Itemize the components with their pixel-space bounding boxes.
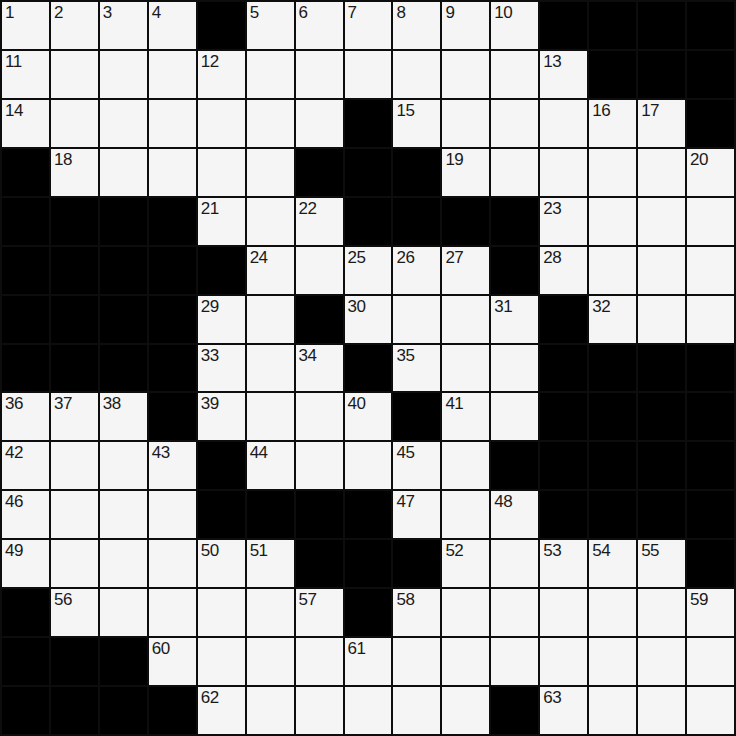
white-cell-r2c10[interactable]	[442, 51, 489, 98]
white-cell-r10c6[interactable]: 44	[247, 442, 294, 489]
white-cell-r12c1[interactable]: 49	[2, 540, 49, 587]
white-cell-r15c8[interactable]	[345, 687, 392, 734]
white-cell-r15c12[interactable]: 63	[540, 687, 587, 734]
clue-number-39: 39	[201, 394, 219, 414]
white-cell-r1c4[interactable]: 4	[149, 2, 196, 49]
black-cell-r8c3	[100, 345, 147, 392]
black-cell-r6c3	[100, 247, 147, 294]
clue-number-3: 3	[103, 3, 112, 23]
clue-number-2: 2	[54, 3, 63, 23]
white-cell-r1c2[interactable]: 2	[51, 2, 98, 49]
white-cell-r3c7[interactable]	[296, 100, 343, 147]
white-cell-r2c2[interactable]	[51, 51, 98, 98]
clue-number-11: 11	[5, 52, 22, 72]
black-cell-r4c1	[2, 149, 49, 196]
clue-number-59: 59	[690, 590, 708, 610]
black-cell-r5c2	[51, 198, 98, 245]
clue-number-60: 60	[152, 639, 170, 659]
white-cell-r6c14[interactable]	[638, 247, 685, 294]
white-cell-r9c5[interactable]: 39	[198, 393, 245, 440]
clue-number-35: 35	[396, 346, 414, 366]
white-cell-r15c13[interactable]	[589, 687, 636, 734]
clue-number-16: 16	[592, 101, 610, 121]
clue-number-5: 5	[250, 3, 259, 23]
clue-number-19: 19	[445, 150, 463, 170]
white-cell-r15c7[interactable]	[296, 687, 343, 734]
clue-number-8: 8	[396, 3, 405, 23]
white-cell-r13c14[interactable]	[638, 589, 685, 636]
white-cell-r9c6[interactable]	[247, 393, 294, 440]
black-cell-r5c8	[345, 198, 392, 245]
clue-number-21: 21	[201, 199, 219, 219]
white-cell-r2c7[interactable]	[296, 51, 343, 98]
white-cell-r1c3[interactable]: 3	[100, 2, 147, 49]
white-cell-r14c4[interactable]: 60	[149, 638, 196, 685]
white-cell-r3c1[interactable]: 14	[2, 100, 49, 147]
white-cell-r14c14[interactable]	[638, 638, 685, 685]
white-cell-r11c11[interactable]: 48	[491, 491, 538, 538]
white-cell-r14c11[interactable]	[491, 638, 538, 685]
white-cell-r14c10[interactable]	[442, 638, 489, 685]
clue-number-53: 53	[543, 541, 561, 561]
black-cell-r7c7	[296, 296, 343, 343]
white-cell-r1c10[interactable]: 9	[442, 2, 489, 49]
white-cell-r12c14[interactable]: 55	[638, 540, 685, 587]
white-cell-r15c15[interactable]	[687, 687, 734, 734]
clue-number-40: 40	[348, 394, 366, 414]
black-cell-r8c1	[2, 345, 49, 392]
white-cell-r4c14[interactable]	[638, 149, 685, 196]
black-cell-r2c13	[589, 51, 636, 98]
white-cell-r14c6[interactable]	[247, 638, 294, 685]
white-cell-r6c15[interactable]	[687, 247, 734, 294]
clue-number-37: 37	[54, 394, 72, 414]
black-cell-r8c2	[51, 345, 98, 392]
black-cell-r10c12	[540, 442, 587, 489]
white-cell-r8c5[interactable]: 33	[198, 345, 245, 392]
white-cell-r3c3[interactable]	[100, 100, 147, 147]
white-cell-r1c1[interactable]: 1	[2, 2, 49, 49]
clue-number-22: 22	[299, 199, 317, 219]
clue-number-47: 47	[396, 492, 414, 512]
white-cell-r9c11[interactable]	[491, 393, 538, 440]
clue-number-20: 20	[690, 150, 708, 170]
black-cell-r9c14	[638, 393, 685, 440]
white-cell-r3c2[interactable]	[51, 100, 98, 147]
black-cell-r8c12	[540, 345, 587, 392]
white-cell-r10c1[interactable]: 42	[2, 442, 49, 489]
clue-number-44: 44	[250, 443, 268, 463]
black-cell-r6c5	[198, 247, 245, 294]
black-cell-r15c1	[2, 687, 49, 734]
clue-number-42: 42	[5, 443, 23, 463]
clue-number-43: 43	[152, 443, 170, 463]
white-cell-r3c5[interactable]	[198, 100, 245, 147]
black-cell-r8c15	[687, 345, 734, 392]
white-cell-r4c12[interactable]	[540, 149, 587, 196]
white-cell-r9c10[interactable]: 41	[442, 393, 489, 440]
black-cell-r9c12	[540, 393, 587, 440]
white-cell-r7c5[interactable]: 29	[198, 296, 245, 343]
white-cell-r5c13[interactable]	[589, 198, 636, 245]
white-cell-r7c10[interactable]	[442, 296, 489, 343]
black-cell-r11c15	[687, 491, 734, 538]
black-cell-r13c8	[345, 589, 392, 636]
black-cell-r15c2	[51, 687, 98, 734]
clue-number-13: 13	[543, 52, 561, 72]
white-cell-r14c7[interactable]	[296, 638, 343, 685]
white-cell-r3c4[interactable]	[149, 100, 196, 147]
clue-number-27: 27	[445, 248, 463, 268]
white-cell-r12c2[interactable]	[51, 540, 98, 587]
black-cell-r9c15	[687, 393, 734, 440]
white-cell-r12c11[interactable]	[491, 540, 538, 587]
white-cell-r15c6[interactable]	[247, 687, 294, 734]
black-cell-r2c15	[687, 51, 734, 98]
white-cell-r1c8[interactable]: 7	[345, 2, 392, 49]
clue-number-18: 18	[54, 150, 72, 170]
white-cell-r6c7[interactable]	[296, 247, 343, 294]
black-cell-r5c10	[442, 198, 489, 245]
white-cell-r11c4[interactable]	[149, 491, 196, 538]
clue-number-50: 50	[201, 541, 219, 561]
clue-number-58: 58	[396, 590, 414, 610]
white-cell-r7c13[interactable]: 32	[589, 296, 636, 343]
white-cell-r10c7[interactable]	[296, 442, 343, 489]
clue-number-41: 41	[445, 394, 463, 414]
clue-number-54: 54	[592, 541, 610, 561]
white-cell-r14c5[interactable]	[198, 638, 245, 685]
black-cell-r5c4	[149, 198, 196, 245]
white-cell-r9c1[interactable]: 36	[2, 393, 49, 440]
clue-number-9: 9	[445, 3, 454, 23]
black-cell-r1c5	[198, 2, 245, 49]
black-cell-r14c1	[2, 638, 49, 685]
white-cell-r2c12[interactable]: 13	[540, 51, 587, 98]
clue-number-29: 29	[201, 297, 219, 317]
black-cell-r12c8	[345, 540, 392, 587]
white-cell-r11c2[interactable]	[51, 491, 98, 538]
clue-number-49: 49	[5, 541, 23, 561]
white-cell-r6c12[interactable]: 28	[540, 247, 587, 294]
white-cell-r1c9[interactable]: 8	[393, 2, 440, 49]
white-cell-r15c5[interactable]: 62	[198, 687, 245, 734]
white-cell-r10c2[interactable]	[51, 442, 98, 489]
clue-number-56: 56	[54, 590, 72, 610]
white-cell-r2c5[interactable]: 12	[198, 51, 245, 98]
black-cell-r12c9	[393, 540, 440, 587]
black-cell-r6c11	[491, 247, 538, 294]
black-cell-r11c14	[638, 491, 685, 538]
white-cell-r12c12[interactable]: 53	[540, 540, 587, 587]
white-cell-r5c14[interactable]	[638, 198, 685, 245]
white-cell-r4c13[interactable]	[589, 149, 636, 196]
black-cell-r13c1	[2, 589, 49, 636]
clue-number-30: 30	[348, 297, 366, 317]
clue-number-46: 46	[5, 492, 23, 512]
white-cell-r6c8[interactable]: 25	[345, 247, 392, 294]
white-cell-r7c9[interactable]	[393, 296, 440, 343]
white-cell-r11c10[interactable]	[442, 491, 489, 538]
black-cell-r8c8	[345, 345, 392, 392]
black-cell-r5c9	[393, 198, 440, 245]
clue-number-26: 26	[396, 248, 414, 268]
white-cell-r3c12[interactable]	[540, 100, 587, 147]
white-cell-r8c7[interactable]: 34	[296, 345, 343, 392]
white-cell-r15c14[interactable]	[638, 687, 685, 734]
white-cell-r7c6[interactable]	[247, 296, 294, 343]
white-cell-r4c3[interactable]	[100, 149, 147, 196]
white-cell-r12c5[interactable]: 50	[198, 540, 245, 587]
white-cell-r14c13[interactable]	[589, 638, 636, 685]
white-cell-r11c9[interactable]: 47	[393, 491, 440, 538]
black-cell-r3c15	[687, 100, 734, 147]
black-cell-r5c11	[491, 198, 538, 245]
white-cell-r2c6[interactable]	[247, 51, 294, 98]
white-cell-r10c9[interactable]: 45	[393, 442, 440, 489]
clue-number-6: 6	[299, 3, 308, 23]
black-cell-r11c8	[345, 491, 392, 538]
white-cell-r10c8[interactable]	[345, 442, 392, 489]
clue-number-45: 45	[396, 443, 414, 463]
clue-number-1: 1	[5, 3, 14, 23]
clue-number-36: 36	[5, 394, 23, 414]
clue-number-48: 48	[494, 492, 512, 512]
white-cell-r10c10[interactable]	[442, 442, 489, 489]
white-cell-r15c9[interactable]	[393, 687, 440, 734]
white-cell-r14c8[interactable]: 61	[345, 638, 392, 685]
black-cell-r2c14	[638, 51, 685, 98]
white-cell-r9c2[interactable]: 37	[51, 393, 98, 440]
white-cell-r12c3[interactable]	[100, 540, 147, 587]
white-cell-r13c10[interactable]	[442, 589, 489, 636]
black-cell-r11c5	[198, 491, 245, 538]
black-cell-r1c12	[540, 2, 587, 49]
clue-number-57: 57	[299, 590, 317, 610]
black-cell-r15c4	[149, 687, 196, 734]
white-cell-r13c5[interactable]	[198, 589, 245, 636]
white-cell-r4c11[interactable]	[491, 149, 538, 196]
white-cell-r8c11[interactable]	[491, 345, 538, 392]
white-cell-r3c14[interactable]: 17	[638, 100, 685, 147]
white-cell-r4c2[interactable]: 18	[51, 149, 98, 196]
clue-number-23: 23	[543, 199, 561, 219]
white-cell-r9c3[interactable]: 38	[100, 393, 147, 440]
black-cell-r8c14	[638, 345, 685, 392]
white-cell-r13c6[interactable]	[247, 589, 294, 636]
black-cell-r9c4	[149, 393, 196, 440]
black-cell-r7c4	[149, 296, 196, 343]
black-cell-r10c5	[198, 442, 245, 489]
white-cell-r15c10[interactable]	[442, 687, 489, 734]
white-cell-r7c11[interactable]: 31	[491, 296, 538, 343]
white-cell-r4c4[interactable]	[149, 149, 196, 196]
white-cell-r2c1[interactable]: 11	[2, 51, 49, 98]
black-cell-r15c11	[491, 687, 538, 734]
white-cell-r7c15[interactable]	[687, 296, 734, 343]
clue-number-28: 28	[543, 248, 561, 268]
clue-number-38: 38	[103, 394, 121, 414]
black-cell-r11c12	[540, 491, 587, 538]
white-cell-r2c9[interactable]	[393, 51, 440, 98]
white-cell-r12c4[interactable]	[149, 540, 196, 587]
clue-number-15: 15	[396, 101, 414, 121]
black-cell-r4c8	[345, 149, 392, 196]
white-cell-r12c10[interactable]: 52	[442, 540, 489, 587]
black-cell-r7c2	[51, 296, 98, 343]
black-cell-r8c4	[149, 345, 196, 392]
clue-number-61: 61	[348, 639, 366, 659]
black-cell-r7c1	[2, 296, 49, 343]
clue-number-14: 14	[5, 101, 23, 121]
clue-number-10: 10	[494, 3, 512, 23]
black-cell-r15c3	[100, 687, 147, 734]
black-cell-r8c13	[589, 345, 636, 392]
white-cell-r8c10[interactable]	[442, 345, 489, 392]
white-cell-r13c4[interactable]	[149, 589, 196, 636]
black-cell-r10c15	[687, 442, 734, 489]
white-cell-r3c10[interactable]	[442, 100, 489, 147]
black-cell-r1c14	[638, 2, 685, 49]
black-cell-r10c14	[638, 442, 685, 489]
white-cell-r4c5[interactable]	[198, 149, 245, 196]
clue-number-34: 34	[299, 346, 317, 366]
black-cell-r6c1	[2, 247, 49, 294]
white-cell-r7c8[interactable]: 30	[345, 296, 392, 343]
clue-number-25: 25	[348, 248, 366, 268]
black-cell-r11c6	[247, 491, 294, 538]
white-cell-r1c11[interactable]: 10	[491, 2, 538, 49]
black-cell-r10c13	[589, 442, 636, 489]
white-cell-r14c12[interactable]	[540, 638, 587, 685]
white-cell-r12c6[interactable]: 51	[247, 540, 294, 587]
white-cell-r5c12[interactable]: 23	[540, 198, 587, 245]
black-cell-r7c3	[100, 296, 147, 343]
black-cell-r1c15	[687, 2, 734, 49]
white-cell-r6c10[interactable]: 27	[442, 247, 489, 294]
white-cell-r6c9[interactable]: 26	[393, 247, 440, 294]
clue-number-31: 31	[494, 297, 512, 317]
clue-number-33: 33	[201, 346, 219, 366]
white-cell-r6c6[interactable]: 24	[247, 247, 294, 294]
black-cell-r11c13	[589, 491, 636, 538]
white-cell-r4c6[interactable]	[247, 149, 294, 196]
white-cell-r13c2[interactable]: 56	[51, 589, 98, 636]
white-cell-r9c8[interactable]: 40	[345, 393, 392, 440]
black-cell-r10c11	[491, 442, 538, 489]
clue-number-4: 4	[152, 3, 161, 23]
clue-number-24: 24	[250, 248, 268, 268]
white-cell-r5c5[interactable]: 21	[198, 198, 245, 245]
black-cell-r11c7	[296, 491, 343, 538]
white-cell-r1c6[interactable]: 5	[247, 2, 294, 49]
white-cell-r11c3[interactable]	[100, 491, 147, 538]
white-cell-r13c9[interactable]: 58	[393, 589, 440, 636]
white-cell-r4c10[interactable]: 19	[442, 149, 489, 196]
black-cell-r5c1	[2, 198, 49, 245]
white-cell-r3c13[interactable]: 16	[589, 100, 636, 147]
black-cell-r12c15	[687, 540, 734, 587]
clue-number-52: 52	[445, 541, 463, 561]
black-cell-r1c13	[589, 2, 636, 49]
clue-number-62: 62	[201, 688, 219, 708]
black-cell-r14c3	[100, 638, 147, 685]
white-cell-r5c7[interactable]: 22	[296, 198, 343, 245]
clue-number-55: 55	[641, 541, 659, 561]
white-cell-r11c1[interactable]: 46	[2, 491, 49, 538]
clue-number-51: 51	[250, 541, 268, 561]
clue-number-63: 63	[543, 688, 561, 708]
black-cell-r4c7	[296, 149, 343, 196]
white-cell-r14c15[interactable]	[687, 638, 734, 685]
white-cell-r13c7[interactable]: 57	[296, 589, 343, 636]
white-cell-r3c6[interactable]	[247, 100, 294, 147]
black-cell-r14c2	[51, 638, 98, 685]
white-cell-r13c12[interactable]	[540, 589, 587, 636]
clue-number-7: 7	[348, 3, 357, 23]
crossword-grid: 1234567891011121314151617181920212223242…	[0, 0, 736, 736]
white-cell-r1c7[interactable]: 6	[296, 2, 343, 49]
black-cell-r5c3	[100, 198, 147, 245]
black-cell-r7c12	[540, 296, 587, 343]
white-cell-r5c6[interactable]	[247, 198, 294, 245]
white-cell-r2c4[interactable]	[149, 51, 196, 98]
white-cell-r10c3[interactable]	[100, 442, 147, 489]
white-cell-r2c11[interactable]	[491, 51, 538, 98]
white-cell-r2c3[interactable]	[100, 51, 147, 98]
black-cell-r6c2	[51, 247, 98, 294]
white-cell-r13c13[interactable]	[589, 589, 636, 636]
black-cell-r12c7	[296, 540, 343, 587]
clue-number-32: 32	[592, 297, 610, 317]
black-cell-r9c13	[589, 393, 636, 440]
white-cell-r9c7[interactable]	[296, 393, 343, 440]
white-cell-r8c6[interactable]	[247, 345, 294, 392]
white-cell-r5c15[interactable]	[687, 198, 734, 245]
white-cell-r7c14[interactable]	[638, 296, 685, 343]
white-cell-r4c15[interactable]: 20	[687, 149, 734, 196]
black-cell-r4c9	[393, 149, 440, 196]
black-cell-r9c9	[393, 393, 440, 440]
white-cell-r13c15[interactable]: 59	[687, 589, 734, 636]
clue-number-17: 17	[641, 101, 659, 121]
white-cell-r13c3[interactable]	[100, 589, 147, 636]
white-cell-r14c9[interactable]	[393, 638, 440, 685]
white-cell-r3c9[interactable]: 15	[393, 100, 440, 147]
black-cell-r3c8	[345, 100, 392, 147]
white-cell-r10c4[interactable]: 43	[149, 442, 196, 489]
black-cell-r6c4	[149, 247, 196, 294]
white-cell-r3c11[interactable]	[491, 100, 538, 147]
clue-number-12: 12	[201, 52, 219, 72]
white-cell-r8c9[interactable]: 35	[393, 345, 440, 392]
white-cell-r6c13[interactable]	[589, 247, 636, 294]
white-cell-r13c11[interactable]	[491, 589, 538, 636]
white-cell-r2c8[interactable]	[345, 51, 392, 98]
white-cell-r12c13[interactable]: 54	[589, 540, 636, 587]
